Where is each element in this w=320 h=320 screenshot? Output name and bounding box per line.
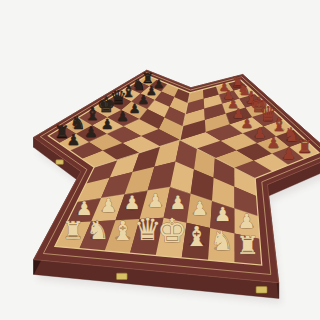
piece-red-pawn[interactable]: ♟ bbox=[267, 134, 280, 152]
piece-white-knight[interactable]: ♞ bbox=[210, 225, 234, 256]
piece-white-pawn[interactable]: ♟ bbox=[191, 197, 208, 219]
piece-black-knight[interactable]: ♞ bbox=[70, 113, 86, 133]
three-player-chess-scene: ♜♜♟♞♟♞♟♝♟♝♟♛♟♚♚♟♟♝♟♛♟♞♟♝♟♜♟♞♟♟♜♟♟♟♟♟♟♟♟♟… bbox=[0, 0, 320, 320]
piece-black-pawn[interactable]: ♟ bbox=[85, 124, 98, 140]
piece-white-bishop[interactable]: ♝ bbox=[111, 215, 135, 246]
hinge-clasp bbox=[256, 287, 267, 294]
three-player-chess-board: ♜♜♟♞♟♞♟♝♟♝♟♛♟♚♚♟♟♝♟♛♟♞♟♝♟♜♟♞♟♟♜♟♟♟♟♟♟♟♟♟… bbox=[0, 0, 320, 320]
piece-red-pawn[interactable]: ♟ bbox=[281, 144, 295, 163]
piece-white-rook[interactable]: ♜ bbox=[62, 217, 84, 245]
piece-white-rook[interactable]: ♜ bbox=[236, 231, 259, 260]
piece-red-pawn[interactable]: ♟ bbox=[241, 115, 253, 131]
piece-black-pawn[interactable]: ♟ bbox=[117, 108, 129, 124]
piece-white-bishop[interactable]: ♝ bbox=[184, 221, 208, 252]
piece-white-pawn[interactable]: ♟ bbox=[238, 210, 256, 233]
piece-white-pawn[interactable]: ♟ bbox=[100, 195, 117, 216]
piece-black-pawn[interactable]: ♟ bbox=[67, 131, 80, 149]
piece-black-bishop[interactable]: ♝ bbox=[84, 104, 100, 124]
piece-red-rook[interactable]: ♜ bbox=[296, 136, 312, 157]
piece-red-pawn[interactable]: ♟ bbox=[253, 125, 266, 141]
piece-white-pawn[interactable]: ♟ bbox=[214, 203, 231, 226]
hinge-clasp bbox=[56, 160, 63, 164]
piece-black-pawn[interactable]: ♟ bbox=[101, 116, 113, 132]
piece-white-king[interactable]: ♚ bbox=[157, 211, 187, 250]
hinge-clasp bbox=[117, 273, 128, 279]
piece-white-pawn[interactable]: ♟ bbox=[147, 190, 164, 211]
piece-white-pawn[interactable]: ♟ bbox=[169, 192, 186, 213]
piece-white-knight[interactable]: ♞ bbox=[86, 215, 109, 245]
piece-black-pawn[interactable]: ♟ bbox=[129, 101, 141, 116]
